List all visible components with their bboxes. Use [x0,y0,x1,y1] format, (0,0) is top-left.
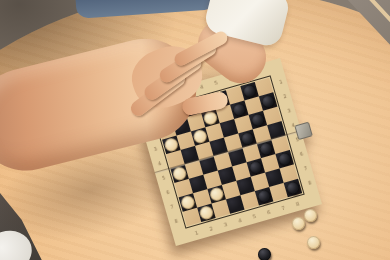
photo-scene: 11112222333344445555666677778888 [0,0,390,260]
frame-label: 3 [218,221,234,230]
frame-label: 1 [189,229,205,238]
frame-label: 2 [203,225,219,234]
frame-label: 4 [232,216,248,225]
frame-label: 3 [285,108,294,115]
light-checker-offboard [304,209,317,222]
frame-label: 7 [167,204,176,211]
frame-label: 8 [305,180,314,187]
frame-label: 3 [151,146,160,153]
light-checker-offboard [292,217,305,230]
frame-label: 5 [293,136,302,143]
frame-label: 8 [290,200,306,209]
frame-label: 5 [208,79,224,88]
frame-label: 5 [246,212,262,221]
frame-label: 4 [155,160,164,167]
dark-checker [285,180,301,196]
square-r7c7 [284,179,303,198]
frame-label: 6 [163,189,172,196]
frame-label: 1 [276,79,285,86]
light-checker-offboard [307,236,320,249]
frame-label: 7 [275,204,291,213]
frame-label: 6 [261,208,277,217]
frame-label: 5 [159,175,168,182]
dark-checker-offboard [258,248,271,260]
frame-label: 7 [301,165,310,172]
frame-label: 6 [297,151,306,158]
frame-label: 8 [172,218,181,225]
frame-label: 2 [280,93,289,100]
